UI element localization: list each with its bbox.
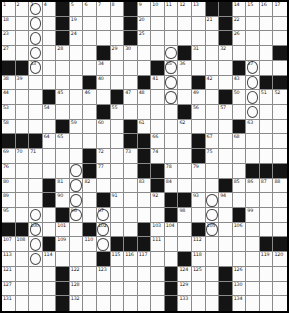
- grid-cell[interactable]: [273, 282, 287, 297]
- grid-cell[interactable]: [165, 46, 179, 61]
- grid-cell[interactable]: 15: [246, 2, 260, 17]
- grid-cell[interactable]: [43, 149, 57, 164]
- grid-cell[interactable]: 99: [246, 208, 260, 223]
- grid-cell[interactable]: 33: [29, 61, 43, 76]
- grid-cell[interactable]: [29, 17, 43, 32]
- grid-cell[interactable]: [111, 223, 125, 238]
- grid-cell[interactable]: [70, 193, 84, 208]
- grid-cell[interactable]: [43, 61, 57, 76]
- grid-cell[interactable]: 100: [29, 223, 43, 238]
- grid-cell[interactable]: [16, 252, 30, 267]
- grid-cell[interactable]: [16, 105, 30, 120]
- grid-cell[interactable]: [43, 296, 57, 311]
- grid-cell[interactable]: [165, 76, 179, 91]
- grid-cell[interactable]: 130: [233, 282, 247, 297]
- grid-cell[interactable]: [83, 134, 97, 149]
- grid-cell[interactable]: [70, 149, 84, 164]
- grid-cell[interactable]: [43, 208, 57, 223]
- grid-cell[interactable]: 50: [233, 90, 247, 105]
- grid-cell[interactable]: 85: [233, 179, 247, 194]
- grid-cell[interactable]: [151, 267, 165, 282]
- grid-cell[interactable]: [111, 17, 125, 32]
- grid-cell[interactable]: 134: [233, 296, 247, 311]
- grid-cell[interactable]: [16, 31, 30, 46]
- grid-cell[interactable]: 126: [233, 267, 247, 282]
- grid-cell[interactable]: 84: [165, 179, 179, 194]
- grid-cell[interactable]: [246, 193, 260, 208]
- grid-cell[interactable]: 8: [111, 2, 125, 17]
- grid-cell[interactable]: [206, 179, 220, 194]
- grid-cell[interactable]: [165, 237, 179, 252]
- grid-cell[interactable]: 16: [260, 2, 274, 17]
- grid-cell[interactable]: [111, 179, 125, 194]
- grid-cell[interactable]: [70, 105, 84, 120]
- grid-cell[interactable]: [111, 149, 125, 164]
- grid-cell[interactable]: 74: [151, 149, 165, 164]
- grid-cell[interactable]: [124, 282, 138, 297]
- grid-cell[interactable]: 42: [206, 76, 220, 91]
- grid-cell[interactable]: 87: [260, 179, 274, 194]
- grid-cell[interactable]: [43, 17, 57, 32]
- grid-cell[interactable]: [219, 164, 233, 179]
- grid-cell[interactable]: 129: [178, 282, 192, 297]
- grid-cell[interactable]: 97: [97, 208, 111, 223]
- grid-cell[interactable]: 106: [233, 223, 247, 238]
- grid-cell[interactable]: [111, 31, 125, 46]
- grid-cell[interactable]: 68: [233, 134, 247, 149]
- grid-cell[interactable]: [273, 120, 287, 135]
- grid-cell[interactable]: [16, 17, 30, 32]
- grid-cell[interactable]: 90: [56, 193, 70, 208]
- grid-cell[interactable]: [124, 193, 138, 208]
- grid-cell[interactable]: [233, 193, 247, 208]
- grid-cell[interactable]: 3: [29, 2, 43, 17]
- grid-cell[interactable]: 57: [219, 105, 233, 120]
- grid-cell[interactable]: [151, 296, 165, 311]
- grid-cell[interactable]: [233, 252, 247, 267]
- grid-cell[interactable]: [111, 296, 125, 311]
- grid-cell[interactable]: 54: [43, 105, 57, 120]
- grid-cell[interactable]: 86: [246, 179, 260, 194]
- grid-cell[interactable]: 91: [111, 193, 125, 208]
- grid-cell[interactable]: 45: [56, 90, 70, 105]
- grid-cell[interactable]: [16, 90, 30, 105]
- grid-cell[interactable]: [29, 282, 43, 297]
- grid-cell[interactable]: [124, 208, 138, 223]
- grid-cell[interactable]: [233, 149, 247, 164]
- grid-cell[interactable]: [124, 296, 138, 311]
- grid-cell[interactable]: [16, 164, 30, 179]
- grid-cell[interactable]: [97, 282, 111, 297]
- grid-cell[interactable]: [124, 61, 138, 76]
- grid-cell[interactable]: [56, 61, 70, 76]
- grid-cell[interactable]: 124: [178, 267, 192, 282]
- grid-cell[interactable]: [151, 46, 165, 61]
- grid-cell[interactable]: 114: [43, 252, 57, 267]
- grid-cell[interactable]: 53: [2, 105, 16, 120]
- grid-cell[interactable]: [29, 179, 43, 194]
- grid-cell[interactable]: 75: [206, 149, 220, 164]
- grid-cell[interactable]: [83, 267, 97, 282]
- grid-cell[interactable]: 44: [2, 90, 16, 105]
- grid-cell[interactable]: [29, 90, 43, 105]
- grid-cell[interactable]: [56, 252, 70, 267]
- grid-cell[interactable]: 71: [29, 149, 43, 164]
- grid-cell[interactable]: [246, 105, 260, 120]
- grid-cell[interactable]: 12: [178, 2, 192, 17]
- grid-cell[interactable]: [29, 31, 43, 46]
- grid-cell[interactable]: 128: [70, 282, 84, 297]
- grid-cell[interactable]: 78: [165, 164, 179, 179]
- grid-cell[interactable]: [192, 179, 206, 194]
- grid-cell[interactable]: [16, 296, 30, 311]
- grid-cell[interactable]: 83: [138, 179, 152, 194]
- grid-cell[interactable]: [83, 208, 97, 223]
- grid-cell[interactable]: [29, 76, 43, 91]
- grid-cell[interactable]: [178, 179, 192, 194]
- grid-cell[interactable]: 47: [124, 90, 138, 105]
- grid-cell[interactable]: [273, 105, 287, 120]
- grid-cell[interactable]: 31: [192, 46, 206, 61]
- grid-cell[interactable]: 6: [83, 2, 97, 17]
- grid-cell[interactable]: [70, 223, 84, 238]
- grid-cell[interactable]: 25: [138, 31, 152, 46]
- grid-cell[interactable]: [219, 208, 233, 223]
- grid-cell[interactable]: [233, 105, 247, 120]
- grid-cell[interactable]: [260, 282, 274, 297]
- grid-cell[interactable]: [16, 267, 30, 282]
- grid-cell[interactable]: [260, 120, 274, 135]
- grid-cell[interactable]: 58: [2, 120, 16, 135]
- grid-cell[interactable]: [70, 252, 84, 267]
- grid-cell[interactable]: [206, 46, 220, 61]
- grid-cell[interactable]: [219, 237, 233, 252]
- grid-cell[interactable]: 35: [165, 61, 179, 76]
- grid-cell[interactable]: [29, 46, 43, 61]
- grid-cell[interactable]: [43, 31, 57, 46]
- grid-cell[interactable]: [165, 31, 179, 46]
- grid-cell[interactable]: 2: [16, 2, 30, 17]
- grid-cell[interactable]: 103: [151, 223, 165, 238]
- grid-cell[interactable]: [97, 90, 111, 105]
- grid-cell[interactable]: 112: [192, 237, 206, 252]
- grid-cell[interactable]: 39: [16, 76, 30, 91]
- grid-cell[interactable]: [124, 223, 138, 238]
- grid-cell[interactable]: [233, 237, 247, 252]
- grid-cell[interactable]: 17: [273, 2, 287, 17]
- grid-cell[interactable]: [83, 193, 97, 208]
- grid-cell[interactable]: 109: [56, 237, 70, 252]
- grid-cell[interactable]: 26: [233, 31, 247, 46]
- grid-cell[interactable]: [246, 267, 260, 282]
- grid-cell[interactable]: [151, 282, 165, 297]
- grid-cell[interactable]: 107: [2, 237, 16, 252]
- grid-cell[interactable]: 127: [2, 282, 16, 297]
- grid-cell[interactable]: 72: [97, 149, 111, 164]
- grid-cell[interactable]: 37: [246, 61, 260, 76]
- grid-cell[interactable]: [178, 31, 192, 46]
- grid-cell[interactable]: [138, 193, 152, 208]
- grid-cell[interactable]: [273, 296, 287, 311]
- grid-cell[interactable]: 93: [192, 193, 206, 208]
- grid-cell[interactable]: 40: [97, 76, 111, 91]
- grid-cell[interactable]: [206, 282, 220, 297]
- grid-cell[interactable]: [16, 208, 30, 223]
- grid-cell[interactable]: 49: [192, 90, 206, 105]
- grid-cell[interactable]: 120: [273, 252, 287, 267]
- grid-cell[interactable]: [111, 282, 125, 297]
- grid-cell[interactable]: [260, 31, 274, 46]
- grid-cell[interactable]: [138, 61, 152, 76]
- grid-cell[interactable]: [83, 296, 97, 311]
- grid-cell[interactable]: [165, 252, 179, 267]
- grid-cell[interactable]: [70, 90, 84, 105]
- grid-cell[interactable]: [83, 61, 97, 76]
- grid-cell[interactable]: [56, 76, 70, 91]
- grid-cell[interactable]: [151, 90, 165, 105]
- grid-cell[interactable]: 32: [219, 46, 233, 61]
- grid-cell[interactable]: [70, 237, 84, 252]
- grid-cell[interactable]: [43, 76, 57, 91]
- grid-cell[interactable]: 14: [233, 2, 247, 17]
- grid-cell[interactable]: 27: [2, 46, 16, 61]
- grid-cell[interactable]: 96: [70, 208, 84, 223]
- grid-cell[interactable]: [43, 223, 57, 238]
- grid-cell[interactable]: [246, 90, 260, 105]
- grid-cell[interactable]: [246, 149, 260, 164]
- grid-cell[interactable]: 7: [97, 2, 111, 17]
- grid-cell[interactable]: [16, 193, 30, 208]
- grid-cell[interactable]: 102: [97, 223, 111, 238]
- grid-cell[interactable]: [260, 193, 274, 208]
- grid-cell[interactable]: 38: [2, 76, 16, 91]
- grid-cell[interactable]: 28: [56, 46, 70, 61]
- grid-cell[interactable]: 4: [43, 2, 57, 17]
- grid-cell[interactable]: [273, 31, 287, 46]
- grid-cell[interactable]: [260, 46, 274, 61]
- grid-cell[interactable]: [246, 134, 260, 149]
- grid-cell[interactable]: 73: [124, 149, 138, 164]
- grid-cell[interactable]: 48: [138, 90, 152, 105]
- grid-cell[interactable]: [206, 105, 220, 120]
- grid-cell[interactable]: 34: [97, 61, 111, 76]
- grid-cell[interactable]: [219, 120, 233, 135]
- grid-cell[interactable]: 61: [138, 120, 152, 135]
- grid-cell[interactable]: 125: [192, 267, 206, 282]
- grid-cell[interactable]: 88: [273, 179, 287, 194]
- grid-cell[interactable]: 110: [83, 237, 97, 252]
- grid-cell[interactable]: 123: [97, 267, 111, 282]
- grid-cell[interactable]: 1: [2, 2, 16, 17]
- grid-cell[interactable]: [151, 105, 165, 120]
- grid-cell[interactable]: 9: [138, 2, 152, 17]
- grid-cell[interactable]: [138, 208, 152, 223]
- grid-cell[interactable]: [43, 282, 57, 297]
- grid-cell[interactable]: 13: [192, 2, 206, 17]
- grid-cell[interactable]: [70, 76, 84, 91]
- grid-cell[interactable]: [206, 193, 220, 208]
- grid-cell[interactable]: [273, 267, 287, 282]
- grid-cell[interactable]: [83, 252, 97, 267]
- grid-cell[interactable]: [29, 120, 43, 135]
- grid-cell[interactable]: 117: [138, 252, 152, 267]
- grid-cell[interactable]: [124, 179, 138, 194]
- grid-cell[interactable]: [111, 120, 125, 135]
- grid-cell[interactable]: [83, 17, 97, 32]
- grid-cell[interactable]: [29, 252, 43, 267]
- grid-cell[interactable]: [246, 76, 260, 91]
- grid-cell[interactable]: [138, 296, 152, 311]
- grid-cell[interactable]: [233, 46, 247, 61]
- grid-cell[interactable]: 18: [2, 17, 16, 32]
- grid-cell[interactable]: [260, 149, 274, 164]
- grid-cell[interactable]: [260, 17, 274, 32]
- grid-cell[interactable]: 24: [70, 31, 84, 46]
- grid-cell[interactable]: 94: [219, 193, 233, 208]
- grid-cell[interactable]: [124, 267, 138, 282]
- grid-cell[interactable]: 118: [192, 252, 206, 267]
- grid-cell[interactable]: [29, 164, 43, 179]
- grid-cell[interactable]: [111, 134, 125, 149]
- grid-cell[interactable]: [16, 46, 30, 61]
- grid-cell[interactable]: 116: [124, 252, 138, 267]
- grid-cell[interactable]: [273, 134, 287, 149]
- grid-cell[interactable]: [192, 31, 206, 46]
- grid-cell[interactable]: [219, 76, 233, 91]
- grid-cell[interactable]: [260, 208, 274, 223]
- grid-cell[interactable]: [192, 17, 206, 32]
- grid-cell[interactable]: [192, 282, 206, 297]
- grid-cell[interactable]: [206, 61, 220, 76]
- grid-cell[interactable]: [206, 164, 220, 179]
- grid-cell[interactable]: [246, 296, 260, 311]
- grid-cell[interactable]: [124, 105, 138, 120]
- grid-cell[interactable]: [151, 31, 165, 46]
- grid-cell[interactable]: [97, 134, 111, 149]
- grid-cell[interactable]: [151, 252, 165, 267]
- grid-cell[interactable]: [165, 120, 179, 135]
- grid-cell[interactable]: [29, 237, 43, 252]
- grid-cell[interactable]: [97, 17, 111, 32]
- grid-cell[interactable]: 21: [206, 17, 220, 32]
- grid-cell[interactable]: [273, 61, 287, 76]
- grid-cell[interactable]: [178, 17, 192, 32]
- grid-cell[interactable]: [233, 164, 247, 179]
- grid-cell[interactable]: [43, 267, 57, 282]
- grid-cell[interactable]: [138, 282, 152, 297]
- grid-cell[interactable]: [138, 46, 152, 61]
- grid-cell[interactable]: 80: [2, 179, 16, 194]
- grid-cell[interactable]: 119: [260, 252, 274, 267]
- grid-cell[interactable]: [246, 46, 260, 61]
- grid-cell[interactable]: [97, 237, 111, 252]
- grid-cell[interactable]: [151, 120, 165, 135]
- grid-cell[interactable]: 111: [151, 237, 165, 252]
- grid-cell[interactable]: [165, 105, 179, 120]
- grid-cell[interactable]: [70, 179, 84, 194]
- grid-cell[interactable]: [138, 105, 152, 120]
- grid-cell[interactable]: 59: [70, 120, 84, 135]
- grid-cell[interactable]: [29, 105, 43, 120]
- grid-cell[interactable]: 22: [233, 17, 247, 32]
- grid-cell[interactable]: [206, 208, 220, 223]
- grid-cell[interactable]: [43, 120, 57, 135]
- grid-cell[interactable]: [70, 46, 84, 61]
- grid-cell[interactable]: 10: [151, 2, 165, 17]
- grid-cell[interactable]: 43: [233, 76, 247, 91]
- grid-cell[interactable]: 46: [83, 90, 97, 105]
- grid-cell[interactable]: 79: [192, 164, 206, 179]
- grid-cell[interactable]: 82: [83, 179, 97, 194]
- grid-cell[interactable]: 81: [56, 179, 70, 194]
- grid-cell[interactable]: 108: [16, 237, 30, 252]
- grid-cell[interactable]: [83, 31, 97, 46]
- grid-cell[interactable]: [83, 46, 97, 61]
- grid-cell[interactable]: [273, 208, 287, 223]
- grid-cell[interactable]: [165, 90, 179, 105]
- grid-cell[interactable]: [178, 149, 192, 164]
- grid-cell[interactable]: 52: [273, 90, 287, 105]
- grid-cell[interactable]: [206, 31, 220, 46]
- grid-cell[interactable]: [16, 120, 30, 135]
- grid-cell[interactable]: 98: [178, 208, 192, 223]
- grid-cell[interactable]: [273, 193, 287, 208]
- grid-cell[interactable]: 122: [70, 267, 84, 282]
- grid-cell[interactable]: 89: [2, 193, 16, 208]
- grid-cell[interactable]: [165, 134, 179, 149]
- grid-cell[interactable]: [246, 237, 260, 252]
- grid-cell[interactable]: [124, 164, 138, 179]
- grid-cell[interactable]: 63: [246, 120, 260, 135]
- grid-cell[interactable]: 105: [206, 223, 220, 238]
- grid-cell[interactable]: 77: [97, 164, 111, 179]
- grid-cell[interactable]: 131: [2, 296, 16, 311]
- grid-cell[interactable]: [192, 208, 206, 223]
- grid-cell[interactable]: [260, 223, 274, 238]
- grid-cell[interactable]: 65: [56, 134, 70, 149]
- grid-cell[interactable]: [178, 134, 192, 149]
- grid-cell[interactable]: 113: [2, 252, 16, 267]
- grid-cell[interactable]: [111, 208, 125, 223]
- grid-cell[interactable]: 69: [2, 149, 16, 164]
- grid-cell[interactable]: 55: [111, 105, 125, 120]
- grid-cell[interactable]: [29, 267, 43, 282]
- grid-cell[interactable]: [219, 149, 233, 164]
- grid-cell[interactable]: [206, 90, 220, 105]
- grid-cell[interactable]: [246, 223, 260, 238]
- grid-cell[interactable]: [192, 296, 206, 311]
- grid-cell[interactable]: [56, 105, 70, 120]
- grid-cell[interactable]: 29: [111, 46, 125, 61]
- grid-cell[interactable]: 20: [138, 17, 152, 32]
- grid-cell[interactable]: [246, 252, 260, 267]
- grid-cell[interactable]: [273, 149, 287, 164]
- grid-cell[interactable]: [151, 17, 165, 32]
- grid-cell[interactable]: 41: [151, 76, 165, 91]
- grid-cell[interactable]: [111, 61, 125, 76]
- grid-cell[interactable]: [29, 296, 43, 311]
- grid-cell[interactable]: [83, 282, 97, 297]
- grid-cell[interactable]: [273, 223, 287, 238]
- grid-cell[interactable]: 133: [178, 296, 192, 311]
- grid-cell[interactable]: [260, 105, 274, 120]
- grid-cell[interactable]: [165, 149, 179, 164]
- grid-cell[interactable]: [97, 296, 111, 311]
- grid-cell[interactable]: 30: [124, 46, 138, 61]
- grid-cell[interactable]: [70, 164, 84, 179]
- grid-cell[interactable]: [246, 17, 260, 32]
- grid-cell[interactable]: [246, 31, 260, 46]
